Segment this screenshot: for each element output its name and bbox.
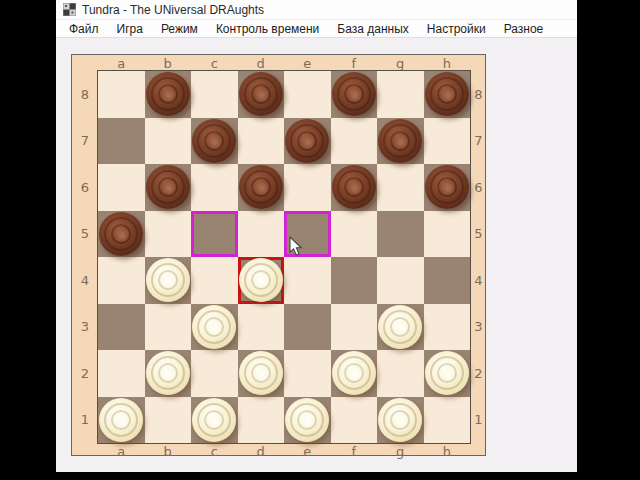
square-a6[interactable] — [98, 164, 145, 211]
rank-labels-right-5: 5 — [471, 211, 486, 258]
black-man-f8[interactable] — [332, 72, 376, 116]
square-f3[interactable] — [331, 304, 378, 351]
square-a8[interactable] — [98, 71, 145, 118]
white-man-d2[interactable] — [239, 351, 283, 395]
app-window: Tundra - The UNiversal DRAughts ФайлИгра… — [56, 0, 577, 472]
file-labels-bottom-d: d — [238, 445, 285, 458]
file-labels-bottom-e: e — [284, 445, 331, 458]
rank-labels-right-6: 6 — [471, 164, 486, 211]
white-man-h2[interactable] — [425, 351, 469, 395]
square-d7[interactable] — [238, 118, 285, 165]
file-labels-bottom-a: a — [98, 445, 145, 458]
square-g6[interactable] — [377, 164, 424, 211]
square-h5[interactable] — [424, 211, 471, 258]
file-labels-top-h: h — [424, 57, 471, 70]
black-man-b8[interactable] — [146, 72, 190, 116]
file-labels-top-f: f — [331, 57, 378, 70]
square-h1[interactable] — [424, 397, 471, 444]
square-a2[interactable] — [98, 350, 145, 397]
black-man-h8[interactable] — [425, 72, 469, 116]
rank-labels-right-4: 4 — [471, 257, 486, 304]
square-d1[interactable] — [238, 397, 285, 444]
rank-labels-left-6: 6 — [73, 164, 97, 211]
white-man-a1[interactable] — [99, 398, 143, 442]
rank-labels-right: 87654321 — [471, 71, 486, 443]
file-labels-bottom: abcdefgh — [98, 445, 470, 458]
square-a7[interactable] — [98, 118, 145, 165]
menu-item-6[interactable]: Разное — [495, 22, 553, 36]
square-b1[interactable] — [145, 397, 192, 444]
file-labels-top-g: g — [377, 57, 424, 70]
file-labels-bottom-c: c — [191, 445, 238, 458]
menu-item-0[interactable]: Файл — [60, 22, 108, 36]
square-h3[interactable] — [424, 304, 471, 351]
white-man-b4[interactable] — [146, 258, 190, 302]
square-e8[interactable] — [284, 71, 331, 118]
menu-item-5[interactable]: Настройки — [418, 22, 495, 36]
file-labels-top-a: a — [98, 57, 145, 70]
square-g5[interactable] — [377, 211, 424, 258]
rank-labels-right-8: 8 — [471, 71, 486, 118]
rank-labels-left-8: 8 — [73, 71, 97, 118]
rank-labels-left-7: 7 — [73, 118, 97, 165]
black-man-g7[interactable] — [378, 119, 422, 163]
menu-item-3[interactable]: Контроль времени — [207, 22, 328, 36]
square-e2[interactable] — [284, 350, 331, 397]
white-man-d4[interactable] — [239, 258, 283, 302]
white-man-c3[interactable] — [192, 305, 236, 349]
black-man-d6[interactable] — [239, 165, 283, 209]
white-man-g1[interactable] — [378, 398, 422, 442]
square-a3[interactable] — [98, 304, 145, 351]
mouse-cursor — [289, 236, 303, 257]
white-man-b2[interactable] — [146, 351, 190, 395]
window-title: Tundra - The UNiversal DRAughts — [82, 3, 264, 17]
white-man-g3[interactable] — [378, 305, 422, 349]
rank-labels-left-1: 1 — [73, 397, 97, 444]
square-a4[interactable] — [98, 257, 145, 304]
white-man-e1[interactable] — [285, 398, 329, 442]
square-b5[interactable] — [145, 211, 192, 258]
file-labels-top-e: e — [284, 57, 331, 70]
square-f4[interactable] — [331, 257, 378, 304]
square-e4[interactable] — [284, 257, 331, 304]
square-h4[interactable] — [424, 257, 471, 304]
square-b3[interactable] — [145, 304, 192, 351]
black-man-d8[interactable] — [239, 72, 283, 116]
rank-labels-left-5: 5 — [73, 211, 97, 258]
app-icon — [63, 3, 76, 16]
black-man-a5[interactable] — [99, 212, 143, 256]
rank-labels-left-4: 4 — [73, 257, 97, 304]
square-c6[interactable] — [191, 164, 238, 211]
square-d3[interactable] — [238, 304, 285, 351]
file-labels-bottom-g: g — [377, 445, 424, 458]
black-man-h6[interactable] — [425, 165, 469, 209]
menu-item-1[interactable]: Игра — [108, 22, 152, 36]
rank-labels-left-2: 2 — [73, 350, 97, 397]
rank-labels-right-3: 3 — [471, 304, 486, 351]
target-highlight-c5[interactable] — [191, 211, 238, 258]
black-man-e7[interactable] — [285, 119, 329, 163]
square-d5[interactable] — [238, 211, 285, 258]
square-h7[interactable] — [424, 118, 471, 165]
black-man-f6[interactable] — [332, 165, 376, 209]
board — [97, 70, 471, 444]
square-g2[interactable] — [377, 350, 424, 397]
white-man-c1[interactable] — [192, 398, 236, 442]
file-labels-bottom-f: f — [331, 445, 378, 458]
square-c8[interactable] — [191, 71, 238, 118]
square-f7[interactable] — [331, 118, 378, 165]
rank-labels-right-1: 1 — [471, 397, 486, 444]
file-labels-bottom-b: b — [145, 445, 192, 458]
file-labels-top-c: c — [191, 57, 238, 70]
square-e6[interactable] — [284, 164, 331, 211]
square-b7[interactable] — [145, 118, 192, 165]
file-labels-top-d: d — [238, 57, 285, 70]
title-bar: Tundra - The UNiversal DRAughts — [56, 0, 577, 20]
file-labels-bottom-h: h — [424, 445, 471, 458]
file-labels-top-b: b — [145, 57, 192, 70]
square-f1[interactable] — [331, 397, 378, 444]
square-c4[interactable] — [191, 257, 238, 304]
file-labels-top: abcdefgh — [98, 57, 470, 70]
square-f5[interactable] — [331, 211, 378, 258]
rank-labels-left: 87654321 — [73, 71, 97, 443]
rank-labels-right-2: 2 — [471, 350, 486, 397]
black-man-b6[interactable] — [146, 165, 190, 209]
board-frame: abcdefgh abcdefgh 87654321 87654321 — [71, 54, 486, 456]
square-c2[interactable] — [191, 350, 238, 397]
black-man-c7[interactable] — [192, 119, 236, 163]
rank-labels-right-7: 7 — [471, 118, 486, 165]
square-g4[interactable] — [377, 257, 424, 304]
square-e3[interactable] — [284, 304, 331, 351]
menu-item-4[interactable]: База данных — [328, 22, 417, 36]
menu-item-2[interactable]: Режим — [152, 22, 207, 36]
rank-labels-left-3: 3 — [73, 304, 97, 351]
menu-bar: ФайлИграРежимКонтроль времениБаза данных… — [56, 20, 577, 38]
white-man-f2[interactable] — [332, 351, 376, 395]
square-g8[interactable] — [377, 71, 424, 118]
